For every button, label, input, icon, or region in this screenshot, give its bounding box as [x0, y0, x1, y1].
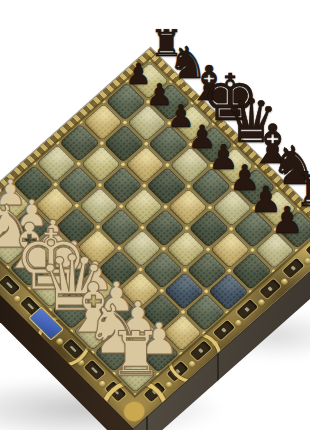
pieces-layer: ♜♞♝♛♚♝♞♜♟♟♟♟♟♟♟♟♟♟♟♟♟♟♟♟♜♞♝♛♚♝♞♜ [0, 0, 310, 430]
piece-black-pawn: ♟ [271, 202, 304, 239]
product-photo: ♜♞♝♛♚♝♞♜♟♟♟♟♟♟♟♟♟♟♟♟♟♟♟♟♜♞♝♛♚♝♞♜ [0, 0, 310, 430]
piece-white-rook: ♜ [109, 323, 164, 384]
